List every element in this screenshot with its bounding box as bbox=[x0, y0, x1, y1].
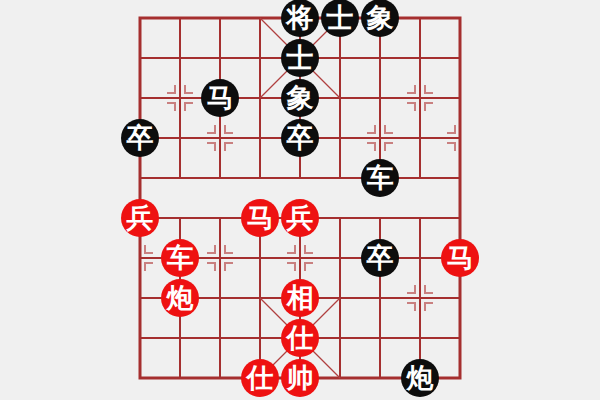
board-point-c9r6[interactable] bbox=[440, 198, 480, 238]
board-point-c8r2[interactable] bbox=[400, 38, 440, 78]
piece-red-general[interactable]: 帅 bbox=[281, 359, 319, 397]
piece-red-advisor-b[interactable]: 仕 bbox=[241, 359, 279, 397]
board-point-c5r8[interactable]: 相 bbox=[280, 278, 320, 318]
board-point-c7r3[interactable] bbox=[360, 78, 400, 118]
board-point-c8r3[interactable] bbox=[400, 78, 440, 118]
piece-black-general[interactable]: 将 bbox=[281, 0, 319, 37]
board-point-c6r10[interactable] bbox=[320, 358, 360, 398]
board-point-c3r5[interactable] bbox=[200, 158, 240, 198]
board-point-c1r6[interactable]: 兵 bbox=[120, 198, 160, 238]
piece-black-advisor-a[interactable]: 士 bbox=[321, 0, 359, 37]
board-point-c1r10[interactable] bbox=[120, 358, 160, 398]
board-point-c2r3[interactable] bbox=[160, 78, 200, 118]
board-point-c2r7[interactable]: 车 bbox=[160, 238, 200, 278]
board-point-c3r3[interactable]: 马 bbox=[200, 78, 240, 118]
board-point-c3r2[interactable] bbox=[200, 38, 240, 78]
piece-black-advisor-b[interactable]: 士 bbox=[281, 39, 319, 77]
board-point-c5r1[interactable]: 将 bbox=[280, 0, 320, 38]
board-point-c2r5[interactable] bbox=[160, 158, 200, 198]
board-point-c2r6[interactable] bbox=[160, 198, 200, 238]
piece-red-chariot[interactable]: 车 bbox=[161, 239, 199, 277]
board-point-c6r3[interactable] bbox=[320, 78, 360, 118]
board-point-c6r6[interactable] bbox=[320, 198, 360, 238]
board-point-c9r8[interactable] bbox=[440, 278, 480, 318]
piece-red-horse-b[interactable]: 马 bbox=[441, 239, 479, 277]
board-point-c2r10[interactable] bbox=[160, 358, 200, 398]
board-point-c3r9[interactable] bbox=[200, 318, 240, 358]
board-point-c6r5[interactable] bbox=[320, 158, 360, 198]
board-point-c7r4[interactable] bbox=[360, 118, 400, 158]
piece-red-advisor-a[interactable]: 仕 bbox=[281, 319, 319, 357]
board-point-c4r1[interactable] bbox=[240, 0, 280, 38]
board-point-c6r4[interactable] bbox=[320, 118, 360, 158]
board-point-c1r5[interactable] bbox=[120, 158, 160, 198]
board-point-c8r4[interactable] bbox=[400, 118, 440, 158]
board-point-c6r9[interactable] bbox=[320, 318, 360, 358]
board-point-c5r3[interactable]: 象 bbox=[280, 78, 320, 118]
board-point-c9r7[interactable]: 马 bbox=[440, 238, 480, 278]
board-point-c9r2[interactable] bbox=[440, 38, 480, 78]
board-point-c6r8[interactable] bbox=[320, 278, 360, 318]
board-point-c3r4[interactable] bbox=[200, 118, 240, 158]
board-point-c8r9[interactable] bbox=[400, 318, 440, 358]
piece-red-elephant[interactable]: 相 bbox=[281, 279, 319, 317]
piece-black-soldier-a[interactable]: 卒 bbox=[121, 119, 159, 157]
board-point-c4r10[interactable]: 仕 bbox=[240, 358, 280, 398]
board-point-c2r4[interactable] bbox=[160, 118, 200, 158]
board-point-c8r6[interactable] bbox=[400, 198, 440, 238]
board-point-c3r1[interactable] bbox=[200, 0, 240, 38]
board-point-c5r5[interactable] bbox=[280, 158, 320, 198]
board-point-c7r6[interactable] bbox=[360, 198, 400, 238]
board-point-c1r2[interactable] bbox=[120, 38, 160, 78]
board-point-c4r5[interactable] bbox=[240, 158, 280, 198]
board-point-c9r9[interactable] bbox=[440, 318, 480, 358]
board-point-c3r10[interactable] bbox=[200, 358, 240, 398]
piece-red-soldier-a[interactable]: 兵 bbox=[121, 199, 159, 237]
board-point-c1r8[interactable] bbox=[120, 278, 160, 318]
board-point-c9r3[interactable] bbox=[440, 78, 480, 118]
piece-black-elephant-a[interactable]: 象 bbox=[361, 0, 399, 37]
board-point-c5r4[interactable]: 卒 bbox=[280, 118, 320, 158]
board-point-c1r3[interactable] bbox=[120, 78, 160, 118]
piece-black-elephant-b[interactable]: 象 bbox=[281, 79, 319, 117]
board-point-c1r9[interactable] bbox=[120, 318, 160, 358]
board-point-c7r7[interactable]: 卒 bbox=[360, 238, 400, 278]
board-point-c4r4[interactable] bbox=[240, 118, 280, 158]
piece-red-cannon[interactable]: 炮 bbox=[161, 279, 199, 317]
board-point-c4r8[interactable] bbox=[240, 278, 280, 318]
board-point-c2r8[interactable]: 炮 bbox=[160, 278, 200, 318]
board-point-c5r10[interactable]: 帅 bbox=[280, 358, 320, 398]
board-point-c7r2[interactable] bbox=[360, 38, 400, 78]
board-point-c4r6[interactable]: 马 bbox=[240, 198, 280, 238]
board-point-c5r6[interactable]: 兵 bbox=[280, 198, 320, 238]
board-point-c8r5[interactable] bbox=[400, 158, 440, 198]
board-point-c8r8[interactable] bbox=[400, 278, 440, 318]
board-point-c5r9[interactable]: 仕 bbox=[280, 318, 320, 358]
board-point-c7r9[interactable] bbox=[360, 318, 400, 358]
piece-black-horse[interactable]: 马 bbox=[201, 79, 239, 117]
board-point-c1r7[interactable] bbox=[120, 238, 160, 278]
board-point-c6r2[interactable] bbox=[320, 38, 360, 78]
board-point-c7r10[interactable] bbox=[360, 358, 400, 398]
board-point-c7r8[interactable] bbox=[360, 278, 400, 318]
xiangqi-board: 将士象士马象卒卒车兵马兵车卒马炮相仕仕帅炮 bbox=[0, 0, 600, 400]
board-point-c6r1[interactable]: 士 bbox=[320, 0, 360, 38]
board-point-c4r3[interactable] bbox=[240, 78, 280, 118]
board-point-c9r1[interactable] bbox=[440, 0, 480, 38]
board-point-c9r10[interactable] bbox=[440, 358, 480, 398]
piece-black-cannon[interactable]: 炮 bbox=[401, 359, 439, 397]
board-point-c4r7[interactable] bbox=[240, 238, 280, 278]
piece-black-chariot[interactable]: 车 bbox=[361, 159, 399, 197]
board-point-c5r7[interactable] bbox=[280, 238, 320, 278]
board-point-c2r2[interactable] bbox=[160, 38, 200, 78]
board-point-c4r9[interactable] bbox=[240, 318, 280, 358]
board-point-c2r1[interactable] bbox=[160, 0, 200, 38]
board-point-c2r9[interactable] bbox=[160, 318, 200, 358]
board-point-c5r2[interactable]: 士 bbox=[280, 38, 320, 78]
board-point-c3r7[interactable] bbox=[200, 238, 240, 278]
piece-black-soldier-c[interactable]: 卒 bbox=[361, 239, 399, 277]
board-point-c7r1[interactable]: 象 bbox=[360, 0, 400, 38]
piece-red-soldier-b[interactable]: 兵 bbox=[281, 199, 319, 237]
piece-black-soldier-b[interactable]: 卒 bbox=[281, 119, 319, 157]
board-point-c8r1[interactable] bbox=[400, 0, 440, 38]
board-point-c9r5[interactable] bbox=[440, 158, 480, 198]
board-points-grid: 将士象士马象卒卒车兵马兵车卒马炮相仕仕帅炮 bbox=[120, 0, 480, 398]
board-point-c8r7[interactable] bbox=[400, 238, 440, 278]
board-point-c8r10[interactable]: 炮 bbox=[400, 358, 440, 398]
piece-red-horse-a[interactable]: 马 bbox=[241, 199, 279, 237]
board-point-c9r4[interactable] bbox=[440, 118, 480, 158]
board-point-c1r1[interactable] bbox=[120, 0, 160, 38]
board-point-c4r2[interactable] bbox=[240, 38, 280, 78]
board-point-c3r6[interactable] bbox=[200, 198, 240, 238]
board-point-c1r4[interactable]: 卒 bbox=[120, 118, 160, 158]
board-point-c3r8[interactable] bbox=[200, 278, 240, 318]
board-point-c6r7[interactable] bbox=[320, 238, 360, 278]
board-point-c7r5[interactable]: 车 bbox=[360, 158, 400, 198]
